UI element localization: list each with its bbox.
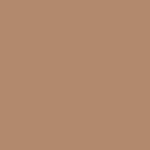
chess-board: [0, 0, 150, 150]
